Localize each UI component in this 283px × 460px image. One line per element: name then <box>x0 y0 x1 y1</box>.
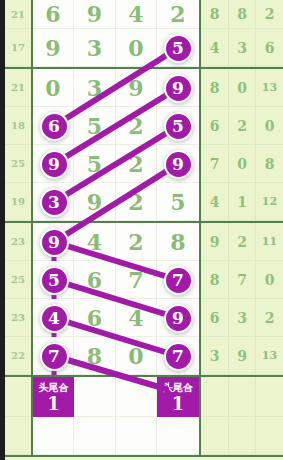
digit-cell: 6 <box>74 261 116 299</box>
digit-cell: 2 <box>157 0 199 29</box>
trend-circle: 7 <box>40 342 69 371</box>
digit-cell: 2 <box>116 107 157 145</box>
sum-label: 25 <box>5 261 31 299</box>
sum-label: 25 <box>5 145 31 183</box>
trend-chart-board: 21 6 9 4 2 8 8 2 17 9 3 0 5 4 3 6 21 0 3… <box>0 0 283 460</box>
stat-cell: 12 <box>256 183 283 221</box>
empty-stat-cell <box>201 377 229 417</box>
stat-cell: 0 <box>229 145 256 183</box>
trend-circle: 6 <box>40 112 69 141</box>
head-tail-sum-value: 1 <box>47 394 60 413</box>
empty-cell <box>74 377 116 417</box>
stat-cell: 8 <box>256 145 283 183</box>
stat-cell: 9 <box>229 337 256 375</box>
empty-cell <box>74 417 116 455</box>
digit-cell: 0 <box>116 29 157 67</box>
stat-cell: 4 <box>201 29 229 67</box>
empty-cell <box>157 417 199 455</box>
stat-cell: 2 <box>256 0 283 29</box>
trend-circle: 7 <box>164 266 193 295</box>
digit-cell: 4 <box>116 299 157 337</box>
digit-cell: 4 <box>116 0 157 29</box>
digit-cell: 3 <box>74 69 116 107</box>
stat-cell: 6 <box>201 299 229 337</box>
stat-cell: 6 <box>201 107 229 145</box>
digit-cell: 3 <box>74 29 116 67</box>
trend-circle: 9 <box>164 74 193 103</box>
digit-cell: 9 <box>33 29 74 67</box>
empty-cell <box>116 417 157 455</box>
head-tail-sum-box-right: 头尾合 1 <box>157 377 199 417</box>
digit-cell: 8 <box>157 223 199 261</box>
digit-cell: 2 <box>116 145 157 183</box>
empty-stat-cell <box>256 417 283 455</box>
stat-cell: 13 <box>256 337 283 375</box>
stat-cell: 0 <box>256 261 283 299</box>
stat-cell: 8 <box>201 0 229 29</box>
sum-label: 17 <box>5 29 31 67</box>
draw-row: 21 6 9 4 2 8 8 2 <box>5 0 283 29</box>
trend-circle: 3 <box>40 188 69 217</box>
digit-cell: 9 <box>74 0 116 29</box>
sum-label: 21 <box>5 69 31 107</box>
trend-circle: 5 <box>40 266 69 295</box>
stat-cell: 2 <box>229 223 256 261</box>
stat-cell: 9 <box>201 223 229 261</box>
empty-stat-cell <box>229 377 256 417</box>
bottom-border-line <box>5 455 283 457</box>
stat-cell: 7 <box>229 261 256 299</box>
empty-cell <box>33 417 74 455</box>
empty-row <box>5 417 283 455</box>
stat-cell: 2 <box>256 299 283 337</box>
empty-label-cell <box>5 417 31 455</box>
sum-label: 22 <box>5 337 31 375</box>
digit-cell: 0 <box>116 337 157 375</box>
trend-circle: 9 <box>164 150 193 179</box>
trend-circle: 9 <box>40 150 69 179</box>
stat-cell: 1 <box>229 183 256 221</box>
stat-cell: 8 <box>201 69 229 107</box>
section-divider-line <box>5 67 283 69</box>
trend-circle: 9 <box>40 228 69 257</box>
digit-cell: 9 <box>74 183 116 221</box>
empty-label-cell <box>5 377 31 417</box>
stat-cell: 0 <box>256 107 283 145</box>
draw-row: 21 0 3 9 9 8 0 13 <box>5 69 283 107</box>
stat-cell: 13 <box>256 69 283 107</box>
stat-cell: 11 <box>256 223 283 261</box>
empty-stat-cell <box>229 417 256 455</box>
section-divider-line <box>5 221 283 223</box>
stat-cell: 0 <box>229 69 256 107</box>
left-black-strip <box>0 0 5 460</box>
trend-circle: 4 <box>40 304 69 333</box>
stat-cell: 3 <box>229 29 256 67</box>
stat-cell: 8 <box>229 0 256 29</box>
digit-cell: 2 <box>116 223 157 261</box>
stat-cell: 4 <box>201 183 229 221</box>
empty-stat-cell <box>256 377 283 417</box>
digit-cell: 0 <box>33 69 74 107</box>
stat-cell: 8 <box>201 261 229 299</box>
head-tail-sum-value: 1 <box>172 394 185 413</box>
trend-circle: 7 <box>164 342 193 371</box>
head-tail-sum-box-left: 头尾合 1 <box>33 377 74 417</box>
digit-cell: 5 <box>157 183 199 221</box>
digit-cell: 6 <box>33 0 74 29</box>
empty-stat-cell <box>201 417 229 455</box>
stat-cell: 7 <box>201 145 229 183</box>
trend-circle: 9 <box>164 304 193 333</box>
sum-label: 23 <box>5 223 31 261</box>
sum-label: 23 <box>5 299 31 337</box>
empty-cell <box>116 377 157 417</box>
digit-cell: 9 <box>116 69 157 107</box>
digit-cell: 8 <box>74 337 116 375</box>
trend-circle: 5 <box>164 34 193 63</box>
digit-cell: 5 <box>74 107 116 145</box>
sum-label: 19 <box>5 183 31 221</box>
stat-cell: 6 <box>256 29 283 67</box>
trend-circle: 5 <box>164 112 193 141</box>
digit-cell: 2 <box>116 183 157 221</box>
stat-cell: 3 <box>201 337 229 375</box>
draw-row: 17 9 3 0 5 4 3 6 <box>5 29 283 67</box>
stat-cell: 3 <box>229 299 256 337</box>
sum-label: 18 <box>5 107 31 145</box>
stat-cell: 2 <box>229 107 256 145</box>
digit-cell: 6 <box>74 299 116 337</box>
digit-cell: 5 <box>74 145 116 183</box>
digit-cell: 7 <box>116 261 157 299</box>
digit-cell: 4 <box>74 223 116 261</box>
sum-label: 21 <box>5 0 31 29</box>
